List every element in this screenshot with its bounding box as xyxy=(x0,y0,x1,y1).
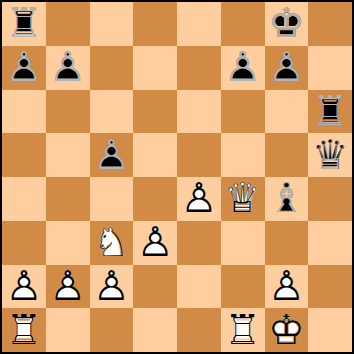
piece-fill-layer: ♝ xyxy=(265,177,309,221)
black-king[interactable]: ♚♔ xyxy=(265,2,309,46)
square-d3[interactable]: ♟♙ xyxy=(133,221,177,265)
square-d1[interactable] xyxy=(133,308,177,352)
square-g4[interactable]: ♝♗ xyxy=(265,177,309,221)
white-pawn[interactable]: ♟♙ xyxy=(46,265,90,309)
square-h5[interactable]: ♛♕ xyxy=(308,133,352,177)
square-d7[interactable] xyxy=(133,46,177,90)
white-pawn[interactable]: ♟♙ xyxy=(133,221,177,265)
square-f8[interactable] xyxy=(221,2,265,46)
square-e8[interactable] xyxy=(177,2,221,46)
square-d2[interactable] xyxy=(133,265,177,309)
piece-outline-layer: ♘ xyxy=(90,221,134,265)
piece-fill-layer: ♟ xyxy=(265,265,309,309)
piece-fill-layer: ♚ xyxy=(265,308,309,352)
piece-fill-layer: ♟ xyxy=(90,265,134,309)
square-h4[interactable] xyxy=(308,177,352,221)
white-king[interactable]: ♚♔ xyxy=(265,308,309,352)
piece-outline-layer: ♙ xyxy=(46,46,90,90)
square-g6[interactable] xyxy=(265,90,309,134)
square-c8[interactable] xyxy=(90,2,134,46)
piece-fill-layer: ♞ xyxy=(90,221,134,265)
square-a1[interactable]: ♜♖ xyxy=(2,308,46,352)
square-e1[interactable] xyxy=(177,308,221,352)
square-b3[interactable] xyxy=(46,221,90,265)
square-c2[interactable]: ♟♙ xyxy=(90,265,134,309)
piece-fill-layer: ♟ xyxy=(177,177,221,221)
square-g1[interactable]: ♚♔ xyxy=(265,308,309,352)
piece-fill-layer: ♛ xyxy=(221,177,265,221)
square-e5[interactable] xyxy=(177,133,221,177)
square-c3[interactable]: ♞♘ xyxy=(90,221,134,265)
piece-outline-layer: ♙ xyxy=(2,46,46,90)
square-c6[interactable] xyxy=(90,90,134,134)
square-g3[interactable] xyxy=(265,221,309,265)
piece-outline-layer: ♗ xyxy=(265,177,309,221)
piece-fill-layer: ♜ xyxy=(2,308,46,352)
square-d8[interactable] xyxy=(133,2,177,46)
piece-fill-layer: ♟ xyxy=(2,265,46,309)
square-b8[interactable] xyxy=(46,2,90,46)
square-g7[interactable]: ♟♙ xyxy=(265,46,309,90)
black-pawn[interactable]: ♟♙ xyxy=(2,46,46,90)
piece-fill-layer: ♟ xyxy=(133,221,177,265)
square-c4[interactable] xyxy=(90,177,134,221)
square-a8[interactable]: ♜♖ xyxy=(2,2,46,46)
square-c1[interactable] xyxy=(90,308,134,352)
square-a4[interactable] xyxy=(2,177,46,221)
black-pawn[interactable]: ♟♙ xyxy=(265,46,309,90)
black-rook[interactable]: ♜♖ xyxy=(2,2,46,46)
piece-fill-layer: ♟ xyxy=(221,46,265,90)
piece-outline-layer: ♖ xyxy=(221,308,265,352)
square-e7[interactable] xyxy=(177,46,221,90)
square-b1[interactable] xyxy=(46,308,90,352)
black-pawn[interactable]: ♟♙ xyxy=(221,46,265,90)
piece-outline-layer: ♙ xyxy=(265,265,309,309)
black-rook[interactable]: ♜♖ xyxy=(308,90,352,134)
square-d4[interactable] xyxy=(133,177,177,221)
piece-fill-layer: ♛ xyxy=(308,133,352,177)
piece-outline-layer: ♙ xyxy=(265,46,309,90)
square-g8[interactable]: ♚♔ xyxy=(265,2,309,46)
white-rook[interactable]: ♜♖ xyxy=(2,308,46,352)
square-e2[interactable] xyxy=(177,265,221,309)
square-e6[interactable] xyxy=(177,90,221,134)
piece-outline-layer: ♙ xyxy=(221,46,265,90)
square-b7[interactable]: ♟♙ xyxy=(46,46,90,90)
white-pawn[interactable]: ♟♙ xyxy=(177,177,221,221)
square-a7[interactable]: ♟♙ xyxy=(2,46,46,90)
piece-fill-layer: ♟ xyxy=(90,133,134,177)
piece-fill-layer: ♜ xyxy=(2,2,46,46)
piece-outline-layer: ♖ xyxy=(2,2,46,46)
square-h2[interactable] xyxy=(308,265,352,309)
square-f2[interactable] xyxy=(221,265,265,309)
square-g5[interactable] xyxy=(265,133,309,177)
square-b6[interactable] xyxy=(46,90,90,134)
piece-outline-layer: ♕ xyxy=(308,133,352,177)
square-h1[interactable] xyxy=(308,308,352,352)
piece-fill-layer: ♜ xyxy=(308,90,352,134)
square-f3[interactable] xyxy=(221,221,265,265)
black-queen[interactable]: ♛♕ xyxy=(308,133,352,177)
piece-fill-layer: ♟ xyxy=(2,46,46,90)
piece-outline-layer: ♖ xyxy=(308,90,352,134)
square-h6[interactable]: ♜♖ xyxy=(308,90,352,134)
white-pawn[interactable]: ♟♙ xyxy=(265,265,309,309)
square-f5[interactable] xyxy=(221,133,265,177)
square-h3[interactable] xyxy=(308,221,352,265)
square-c7[interactable] xyxy=(90,46,134,90)
square-a3[interactable] xyxy=(2,221,46,265)
square-a2[interactable]: ♟♙ xyxy=(2,265,46,309)
square-f6[interactable] xyxy=(221,90,265,134)
piece-fill-layer: ♟ xyxy=(265,46,309,90)
piece-outline-layer: ♔ xyxy=(265,308,309,352)
white-pawn[interactable]: ♟♙ xyxy=(90,265,134,309)
square-f1[interactable]: ♜♖ xyxy=(221,308,265,352)
piece-outline-layer: ♙ xyxy=(177,177,221,221)
square-g2[interactable]: ♟♙ xyxy=(265,265,309,309)
piece-outline-layer: ♕ xyxy=(221,177,265,221)
square-b4[interactable] xyxy=(46,177,90,221)
square-e4[interactable]: ♟♙ xyxy=(177,177,221,221)
square-a6[interactable] xyxy=(2,90,46,134)
piece-outline-layer: ♙ xyxy=(2,265,46,309)
black-pawn[interactable]: ♟♙ xyxy=(90,133,134,177)
white-pawn[interactable]: ♟♙ xyxy=(2,265,46,309)
white-queen[interactable]: ♛♕ xyxy=(221,177,265,221)
square-h8[interactable] xyxy=(308,2,352,46)
white-rook[interactable]: ♜♖ xyxy=(221,308,265,352)
piece-outline-layer: ♙ xyxy=(133,221,177,265)
square-c5[interactable]: ♟♙ xyxy=(90,133,134,177)
square-d6[interactable] xyxy=(133,90,177,134)
square-b5[interactable] xyxy=(46,133,90,177)
black-bishop[interactable]: ♝♗ xyxy=(265,177,309,221)
piece-outline-layer: ♔ xyxy=(265,2,309,46)
white-knight[interactable]: ♞♘ xyxy=(90,221,134,265)
piece-fill-layer: ♟ xyxy=(46,265,90,309)
square-e3[interactable] xyxy=(177,221,221,265)
piece-fill-layer: ♜ xyxy=(221,308,265,352)
square-d5[interactable] xyxy=(133,133,177,177)
piece-fill-layer: ♟ xyxy=(46,46,90,90)
piece-outline-layer: ♙ xyxy=(90,265,134,309)
square-f4[interactable]: ♛♕ xyxy=(221,177,265,221)
chess-board: ♜♖♚♔♟♙♟♙♟♙♟♙♜♖♟♙♛♕♟♙♛♕♝♗♞♘♟♙♟♙♟♙♟♙♟♙♜♖♜♖… xyxy=(0,0,354,354)
piece-fill-layer: ♚ xyxy=(265,2,309,46)
piece-outline-layer: ♙ xyxy=(46,265,90,309)
piece-outline-layer: ♙ xyxy=(90,133,134,177)
black-pawn[interactable]: ♟♙ xyxy=(46,46,90,90)
square-f7[interactable]: ♟♙ xyxy=(221,46,265,90)
piece-outline-layer: ♖ xyxy=(2,308,46,352)
square-b2[interactable]: ♟♙ xyxy=(46,265,90,309)
square-a5[interactable] xyxy=(2,133,46,177)
square-h7[interactable] xyxy=(308,46,352,90)
